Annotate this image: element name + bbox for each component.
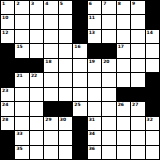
- cell-r3c1[interactable]: 12: [1, 30, 14, 43]
- clue-number-4: 4: [45, 1, 48, 6]
- clue-number-36: 36: [89, 146, 95, 151]
- cell-r3c7[interactable]: 13: [88, 30, 101, 43]
- cell-r10c7[interactable]: 34: [88, 131, 101, 144]
- cell-r2c8[interactable]: [102, 15, 115, 28]
- cell-r2c10[interactable]: [131, 15, 144, 28]
- clue-number-8: 8: [118, 1, 121, 6]
- cell-r9c1[interactable]: 28: [1, 117, 14, 130]
- clue-number-25: 25: [74, 102, 80, 107]
- cell-r6c8[interactable]: [102, 73, 115, 86]
- clue-number-16: 16: [74, 44, 80, 49]
- clue-number-35: 35: [16, 146, 22, 151]
- cell-r7c6[interactable]: [73, 88, 86, 101]
- cell-r7c5[interactable]: [59, 88, 72, 101]
- cell-r11c7[interactable]: 36: [88, 146, 101, 159]
- clue-number-6: 6: [89, 1, 92, 6]
- cell-r1c3[interactable]: 3: [30, 1, 43, 14]
- cell-r1c5[interactable]: 5: [59, 1, 72, 14]
- cell-r6c6[interactable]: [73, 73, 86, 86]
- cell-r1c2[interactable]: 2: [15, 1, 28, 14]
- cell-r11c9[interactable]: [117, 146, 130, 159]
- cell-r1c4[interactable]: 4: [44, 1, 57, 14]
- clue-number-10: 10: [2, 15, 8, 20]
- cell-r10c11[interactable]: [146, 131, 159, 144]
- cell-r11c11[interactable]: [146, 146, 159, 159]
- cell-r2c2[interactable]: [15, 15, 28, 28]
- cell-r4c11[interactable]: [146, 44, 159, 57]
- cell-r3c3[interactable]: [30, 30, 43, 43]
- cell-r10c4[interactable]: [44, 131, 57, 144]
- cell-r6c2[interactable]: 21: [15, 73, 28, 86]
- cell-r1c9[interactable]: 8: [117, 1, 130, 14]
- cell-r4c3[interactable]: [30, 44, 43, 57]
- black-cell-r9c6: [73, 117, 86, 130]
- clue-number-26: 26: [118, 102, 124, 107]
- cell-r8c8[interactable]: [102, 102, 115, 115]
- black-cell-r8c5: [59, 102, 72, 115]
- cell-r2c4[interactable]: [44, 15, 57, 28]
- clue-number-22: 22: [31, 73, 37, 78]
- crossword-grid: 1234567891011121314151617181920212223242…: [0, 0, 160, 160]
- cell-r11c8[interactable]: [102, 146, 115, 159]
- cell-r4c9[interactable]: 17: [117, 44, 130, 57]
- cell-r4c4[interactable]: [44, 44, 57, 57]
- cell-r7c3[interactable]: [30, 88, 43, 101]
- cell-r5c11[interactable]: [146, 59, 159, 72]
- clue-number-1: 1: [2, 1, 5, 6]
- black-cell-r8c11: [146, 102, 159, 115]
- black-cell-r10c1: [1, 131, 14, 144]
- cell-r8c9[interactable]: 26: [117, 102, 130, 115]
- cell-r5c4[interactable]: 18: [44, 59, 57, 72]
- cell-r2c9[interactable]: [117, 15, 130, 28]
- black-cell-r10c6: [73, 131, 86, 144]
- cell-r7c4[interactable]: [44, 88, 57, 101]
- black-cell-r1c6: [73, 1, 86, 14]
- clue-number-34: 34: [89, 131, 95, 136]
- cell-r9c2[interactable]: [15, 117, 28, 130]
- clue-number-18: 18: [45, 59, 51, 64]
- clue-number-3: 3: [31, 1, 34, 6]
- cell-r10c9[interactable]: [117, 131, 130, 144]
- cell-r8c6[interactable]: 25: [73, 102, 86, 115]
- black-cell-r11c6: [73, 146, 86, 159]
- cell-r6c7[interactable]: [88, 73, 101, 86]
- clue-number-9: 9: [132, 1, 135, 6]
- cell-r2c1[interactable]: 10: [1, 15, 14, 28]
- cell-r5c6[interactable]: [73, 59, 86, 72]
- cell-r8c1[interactable]: 24: [1, 102, 14, 115]
- clue-number-23: 23: [2, 88, 8, 93]
- cell-r3c10[interactable]: [131, 30, 144, 43]
- clue-number-5: 5: [60, 1, 63, 6]
- black-cell-r2c6: [73, 15, 86, 28]
- clue-number-24: 24: [2, 102, 8, 107]
- cell-r3c8[interactable]: [102, 30, 115, 43]
- clue-number-11: 11: [89, 15, 95, 20]
- clue-number-32: 32: [147, 117, 153, 122]
- black-cell-r2c11: [146, 15, 159, 28]
- cell-r11c3[interactable]: [30, 146, 43, 159]
- clue-number-21: 21: [16, 73, 22, 78]
- cell-r9c4[interactable]: 29: [44, 117, 57, 130]
- black-cell-r5c2: [15, 59, 28, 72]
- cell-r9c11[interactable]: 32: [146, 117, 159, 130]
- black-cell-r6c11: [146, 73, 159, 86]
- cell-r5c5[interactable]: [59, 59, 72, 72]
- cell-r11c5[interactable]: [59, 146, 72, 159]
- black-cell-r7c11: [146, 88, 159, 101]
- clue-number-15: 15: [16, 44, 22, 49]
- clue-number-19: 19: [89, 59, 95, 64]
- clue-number-12: 12: [2, 30, 8, 35]
- cell-r6c10[interactable]: [131, 73, 144, 86]
- cell-r5c8[interactable]: 20: [102, 59, 115, 72]
- cell-r4c5[interactable]: [59, 44, 72, 57]
- clue-number-7: 7: [103, 1, 106, 6]
- cell-r3c5[interactable]: [59, 30, 72, 43]
- cell-r7c2[interactable]: [15, 88, 28, 101]
- cell-r9c9[interactable]: [117, 117, 130, 130]
- cell-r6c5[interactable]: [59, 73, 72, 86]
- cell-r6c4[interactable]: [44, 73, 57, 86]
- cell-r4c2[interactable]: 15: [15, 44, 28, 57]
- cell-r5c7[interactable]: 19: [88, 59, 101, 72]
- cell-r4c10[interactable]: [131, 44, 144, 57]
- black-cell-r7c10: [131, 88, 144, 101]
- cell-r5c10[interactable]: [131, 59, 144, 72]
- cell-r10c3[interactable]: [30, 131, 43, 144]
- clue-number-27: 27: [132, 102, 138, 107]
- cell-r7c7[interactable]: [88, 88, 101, 101]
- black-cell-r4c7: [88, 44, 101, 57]
- cell-r7c8[interactable]: [102, 88, 115, 101]
- cell-r8c10[interactable]: 27: [131, 102, 144, 115]
- clue-number-13: 13: [89, 30, 95, 35]
- clue-number-20: 20: [103, 59, 109, 64]
- cell-r2c3[interactable]: [30, 15, 43, 28]
- black-cell-r5c3: [30, 59, 43, 72]
- cell-r1c8[interactable]: 7: [102, 1, 115, 14]
- cell-r5c9[interactable]: [117, 59, 130, 72]
- cell-r10c2[interactable]: 33: [15, 131, 28, 144]
- cell-r4c6[interactable]: 16: [73, 44, 86, 57]
- cell-r10c5[interactable]: [59, 131, 72, 144]
- cell-r6c9[interactable]: [117, 73, 130, 86]
- cell-r9c8[interactable]: [102, 117, 115, 130]
- cell-r6c3[interactable]: 22: [30, 73, 43, 86]
- clue-number-2: 2: [16, 1, 19, 6]
- cell-r2c7[interactable]: 11: [88, 15, 101, 28]
- black-cell-r3c6: [73, 30, 86, 43]
- cell-r7c1[interactable]: 23: [1, 88, 14, 101]
- cell-r10c10[interactable]: [131, 131, 144, 144]
- cell-r3c11[interactable]: 14: [146, 30, 159, 43]
- cell-r1c1[interactable]: 1: [1, 1, 14, 14]
- cell-r11c10[interactable]: [131, 146, 144, 159]
- cell-r10c8[interactable]: [102, 131, 115, 144]
- cell-r1c10[interactable]: 9: [131, 1, 144, 14]
- cell-r2c5[interactable]: [59, 15, 72, 28]
- cell-r8c3[interactable]: [30, 102, 43, 115]
- black-cell-r6c1: [1, 73, 14, 86]
- clue-number-29: 29: [45, 117, 51, 122]
- cell-r3c9[interactable]: [117, 30, 130, 43]
- black-cell-r1c11: [146, 1, 159, 14]
- cell-r3c2[interactable]: [15, 30, 28, 43]
- cell-r9c5[interactable]: 30: [59, 117, 72, 130]
- clue-number-28: 28: [2, 117, 8, 122]
- clue-number-17: 17: [118, 44, 124, 49]
- clue-number-30: 30: [60, 117, 66, 122]
- cell-r9c10[interactable]: [131, 117, 144, 130]
- clue-number-14: 14: [147, 30, 153, 35]
- black-cell-r4c1: [1, 44, 14, 57]
- black-cell-r4c8: [102, 44, 115, 57]
- cell-r9c7[interactable]: 31: [88, 117, 101, 130]
- cell-r9c3[interactable]: [30, 117, 43, 130]
- clue-number-33: 33: [16, 131, 22, 136]
- cell-r3c4[interactable]: [44, 30, 57, 43]
- black-cell-r11c1: [1, 146, 14, 159]
- cell-r8c7[interactable]: [88, 102, 101, 115]
- cell-r8c2[interactable]: [15, 102, 28, 115]
- cell-r11c4[interactable]: [44, 146, 57, 159]
- clue-number-31: 31: [89, 117, 95, 122]
- cell-r11c2[interactable]: 35: [15, 146, 28, 159]
- black-cell-r5c1: [1, 59, 14, 72]
- cell-r1c7[interactable]: 6: [88, 1, 101, 14]
- black-cell-r7c9: [117, 88, 130, 101]
- black-cell-r8c4: [44, 102, 57, 115]
